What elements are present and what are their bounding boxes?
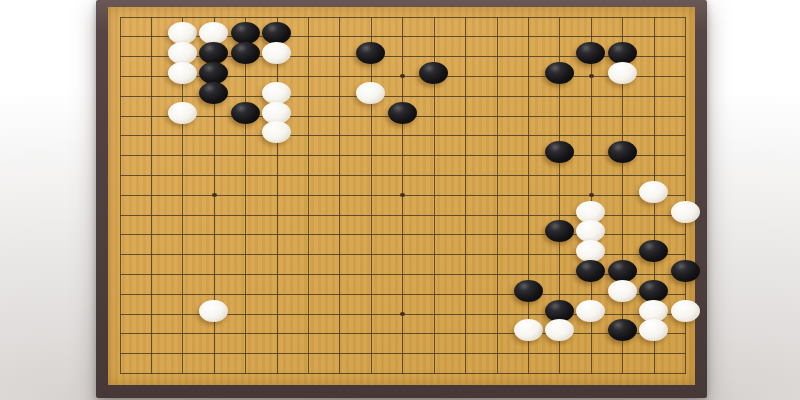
white-stone[interactable]: [576, 201, 605, 223]
black-stone[interactable]: [388, 102, 417, 124]
white-stone[interactable]: [576, 240, 605, 262]
white-stone[interactable]: [545, 319, 574, 341]
black-stone[interactable]: [356, 42, 385, 64]
black-stone[interactable]: [671, 260, 700, 282]
white-stone[interactable]: [199, 300, 228, 322]
white-stone[interactable]: [671, 300, 700, 322]
black-stone[interactable]: [199, 62, 228, 84]
black-stone[interactable]: [545, 62, 574, 84]
black-stone[interactable]: [419, 62, 448, 84]
black-stone[interactable]: [608, 260, 637, 282]
white-stone[interactable]: [199, 22, 228, 44]
black-stone[interactable]: [545, 300, 574, 322]
white-stone[interactable]: [262, 82, 291, 104]
white-stone[interactable]: [639, 300, 668, 322]
black-stone[interactable]: [639, 280, 668, 302]
white-stone[interactable]: [608, 280, 637, 302]
white-stone[interactable]: [168, 22, 197, 44]
black-stone[interactable]: [608, 42, 637, 64]
white-stone[interactable]: [576, 300, 605, 322]
white-stone[interactable]: [168, 62, 197, 84]
black-stone[interactable]: [639, 240, 668, 262]
white-stone[interactable]: [514, 319, 543, 341]
black-stone[interactable]: [262, 22, 291, 44]
black-stone[interactable]: [231, 102, 260, 124]
black-stone[interactable]: [231, 22, 260, 44]
photo-backdrop: [0, 0, 800, 400]
white-stone[interactable]: [356, 82, 385, 104]
black-stone[interactable]: [231, 42, 260, 64]
black-stone[interactable]: [199, 42, 228, 64]
white-stone[interactable]: [576, 220, 605, 242]
goban-board-frame: [96, 0, 707, 398]
black-stone[interactable]: [608, 141, 637, 163]
white-stone[interactable]: [639, 181, 668, 203]
white-stone[interactable]: [262, 121, 291, 143]
white-stone[interactable]: [671, 201, 700, 223]
black-stone[interactable]: [608, 319, 637, 341]
black-stone[interactable]: [514, 280, 543, 302]
white-stone[interactable]: [608, 62, 637, 84]
white-stone[interactable]: [262, 102, 291, 124]
black-stone[interactable]: [545, 220, 574, 242]
goban-board[interactable]: [108, 7, 695, 385]
black-stone[interactable]: [545, 141, 574, 163]
stones-layer: [108, 7, 695, 385]
white-stone[interactable]: [639, 319, 668, 341]
black-stone[interactable]: [576, 260, 605, 282]
white-stone[interactable]: [262, 42, 291, 64]
white-stone[interactable]: [168, 42, 197, 64]
black-stone[interactable]: [199, 82, 228, 104]
white-stone[interactable]: [168, 102, 197, 124]
black-stone[interactable]: [576, 42, 605, 64]
